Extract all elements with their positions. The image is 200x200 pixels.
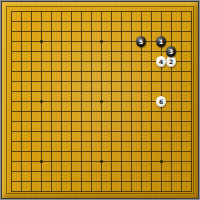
hoshi-dot [40, 160, 43, 163]
stone-black-5: 5 [136, 36, 146, 47]
move-number: 3 [169, 46, 173, 57]
move-number: 1 [159, 36, 163, 47]
move-number: 2 [169, 56, 173, 67]
intersection-Q10: 6 [156, 96, 166, 106]
intersection-N16: 5 [136, 36, 146, 46]
hoshi-point [96, 36, 106, 46]
hoshi-point [96, 96, 106, 106]
hoshi-dot [100, 100, 103, 103]
hoshi-point [36, 156, 46, 166]
screenshot-stage: 123456 [0, 0, 200, 200]
hoshi-point [36, 96, 46, 106]
stone-black-3: 3 [166, 46, 176, 57]
hoshi-point [156, 156, 166, 166]
hoshi-point [96, 156, 106, 166]
intersection-Q14: 4 [156, 56, 166, 66]
stone-white-2: 2 [166, 56, 176, 67]
stone-black-1: 1 [156, 36, 166, 47]
stone-white-4: 4 [156, 56, 166, 67]
intersection-R15: 3 [166, 46, 176, 56]
move-number: 5 [139, 36, 143, 47]
intersection-Q16: 1 [156, 36, 166, 46]
hoshi-dot [100, 40, 103, 43]
move-number: 6 [159, 96, 163, 107]
hoshi-dot [100, 160, 103, 163]
hoshi-point [36, 36, 46, 46]
move-number: 4 [159, 56, 163, 67]
hoshi-dot [160, 160, 163, 163]
hoshi-dot [40, 100, 43, 103]
intersection-R14: 2 [166, 56, 176, 66]
board-intersections[interactable]: 123456 [6, 6, 196, 196]
hoshi-dot [40, 40, 43, 43]
go-board[interactable]: 123456 [0, 0, 200, 200]
stone-white-6: 6 [156, 96, 166, 107]
